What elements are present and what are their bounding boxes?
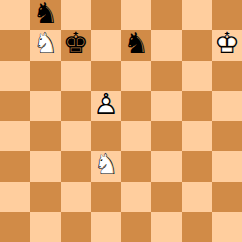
square-e6[interactable] xyxy=(121,61,151,91)
square-h7[interactable]: ♚♔ xyxy=(212,30,242,60)
square-h4[interactable] xyxy=(212,121,242,151)
square-d7[interactable] xyxy=(91,30,121,60)
square-b6[interactable] xyxy=(30,61,60,91)
square-f1[interactable] xyxy=(151,212,181,242)
piece-white-knight[interactable]: ♞♘ xyxy=(91,151,121,181)
square-f5[interactable] xyxy=(151,91,181,121)
black-king-glyph: ♚ xyxy=(61,30,91,59)
square-a3[interactable] xyxy=(0,151,30,181)
square-h6[interactable] xyxy=(212,61,242,91)
square-e5[interactable] xyxy=(121,91,151,121)
square-h5[interactable] xyxy=(212,91,242,121)
square-d6[interactable] xyxy=(91,61,121,91)
square-h8[interactable] xyxy=(212,0,242,30)
white-knight-outline: ♘ xyxy=(30,30,60,59)
square-d2[interactable] xyxy=(91,182,121,212)
piece-white-pawn[interactable]: ♟♙ xyxy=(91,91,121,121)
square-b2[interactable] xyxy=(30,182,60,212)
square-f3[interactable] xyxy=(151,151,181,181)
square-c2[interactable] xyxy=(61,182,91,212)
piece-white-king[interactable]: ♚♔ xyxy=(212,30,242,60)
square-c6[interactable] xyxy=(61,61,91,91)
white-knight-outline: ♘ xyxy=(91,151,121,180)
square-g2[interactable] xyxy=(182,182,212,212)
chess-board: ♞♞♘♚♞♚♔♟♙♞♘ xyxy=(0,0,242,242)
square-d1[interactable] xyxy=(91,212,121,242)
square-f6[interactable] xyxy=(151,61,181,91)
square-b7[interactable]: ♞♘ xyxy=(30,30,60,60)
square-f8[interactable] xyxy=(151,0,181,30)
square-b1[interactable] xyxy=(30,212,60,242)
square-a4[interactable] xyxy=(0,121,30,151)
square-a7[interactable] xyxy=(0,30,30,60)
black-knight-glyph: ♞ xyxy=(30,0,60,28)
square-a5[interactable] xyxy=(0,91,30,121)
square-g3[interactable] xyxy=(182,151,212,181)
square-b8[interactable]: ♞ xyxy=(30,0,60,30)
piece-white-knight[interactable]: ♞♘ xyxy=(30,30,60,60)
square-e2[interactable] xyxy=(121,182,151,212)
square-c5[interactable] xyxy=(61,91,91,121)
square-e3[interactable] xyxy=(121,151,151,181)
square-b3[interactable] xyxy=(30,151,60,181)
square-d8[interactable] xyxy=(91,0,121,30)
square-a1[interactable] xyxy=(0,212,30,242)
square-c3[interactable] xyxy=(61,151,91,181)
square-b5[interactable] xyxy=(30,91,60,121)
square-f7[interactable] xyxy=(151,30,181,60)
square-g7[interactable] xyxy=(182,30,212,60)
square-c8[interactable] xyxy=(61,0,91,30)
square-a6[interactable] xyxy=(0,61,30,91)
square-f4[interactable] xyxy=(151,121,181,151)
piece-black-king[interactable]: ♚ xyxy=(61,30,91,60)
square-c4[interactable] xyxy=(61,121,91,151)
white-pawn-outline: ♙ xyxy=(91,90,121,119)
square-e8[interactable] xyxy=(121,0,151,30)
piece-black-knight[interactable]: ♞ xyxy=(30,0,60,30)
square-e1[interactable] xyxy=(121,212,151,242)
square-c7[interactable]: ♚ xyxy=(61,30,91,60)
square-h1[interactable] xyxy=(212,212,242,242)
square-d4[interactable] xyxy=(91,121,121,151)
square-a8[interactable] xyxy=(0,0,30,30)
piece-black-knight[interactable]: ♞ xyxy=(121,30,151,60)
square-h3[interactable] xyxy=(212,151,242,181)
square-g6[interactable] xyxy=(182,61,212,91)
square-g1[interactable] xyxy=(182,212,212,242)
square-e7[interactable]: ♞ xyxy=(121,30,151,60)
square-g5[interactable] xyxy=(182,91,212,121)
square-g8[interactable] xyxy=(182,0,212,30)
square-f2[interactable] xyxy=(151,182,181,212)
square-a2[interactable] xyxy=(0,182,30,212)
square-b4[interactable] xyxy=(30,121,60,151)
white-king-outline: ♔ xyxy=(212,30,242,59)
square-g4[interactable] xyxy=(182,121,212,151)
square-d3[interactable]: ♞♘ xyxy=(91,151,121,181)
square-h2[interactable] xyxy=(212,182,242,212)
black-knight-glyph: ♞ xyxy=(121,30,151,59)
square-d5[interactable]: ♟♙ xyxy=(91,91,121,121)
square-e4[interactable] xyxy=(121,121,151,151)
square-c1[interactable] xyxy=(61,212,91,242)
